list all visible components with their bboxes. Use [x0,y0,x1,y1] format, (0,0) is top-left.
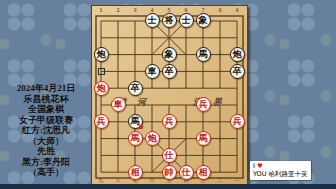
piece-glyph: 仕 [165,151,174,160]
info-line: 2024年4月21日 [0,83,92,94]
piece-glyph: 象 [165,50,174,59]
watermark-line2: YOU 哈利路亚十英 [253,170,308,178]
black-piece-卒[interactable]: 卒 [128,81,143,96]
black-piece-炮[interactable]: 炮 [94,47,109,62]
piece-glyph: 馬 [131,134,140,143]
info-line: （高手） [0,167,92,178]
red-piece-仕[interactable]: 仕 [162,148,177,163]
piece-glyph: 炮 [97,84,106,93]
piece-glyph: 馬 [199,134,208,143]
piece-glyph: 馬 [199,50,208,59]
black-piece-士[interactable]: 士 [145,13,160,28]
red-piece-兵[interactable]: 兵 [94,114,109,129]
red-piece-馬[interactable]: 馬 [196,131,211,146]
piece-glyph: 士 [148,16,157,25]
piece-glyph: 卒 [131,84,140,93]
black-piece-馬[interactable]: 馬 [196,47,211,62]
piece-glyph: 士 [182,16,191,25]
black-piece-炮[interactable]: 炮 [230,47,245,62]
red-piece-炮[interactable]: 炮 [94,81,109,96]
red-piece-馬[interactable]: 馬 [128,131,143,146]
piece-glyph: 兵 [97,117,106,126]
piece-glyph: 炮 [148,134,157,143]
piece-glyph: 相 [131,168,140,177]
red-piece-車[interactable]: 車 [111,97,126,112]
red-piece-炮[interactable]: 炮 [145,131,160,146]
piece-glyph: 炮 [97,50,106,59]
info-line: 乐昌桃花杯 [0,94,92,105]
red-piece-帥[interactable]: 帥 [162,165,177,180]
game-info-panel: 2024年4月21日乐昌桃花杯全国象棋女子甲级联赛红方:沈思凡（大师）先胜黑方:… [0,83,92,178]
info-line: 全国象棋 [0,104,92,115]
watermark-label: I ♥ YOU 哈利路亚十英 [250,161,311,180]
black-piece-士[interactable]: 士 [179,13,194,28]
piece-glyph: 仕 [182,168,191,177]
black-piece-卒[interactable]: 卒 [230,64,245,79]
last-move-dot [139,125,143,129]
black-piece-将[interactable]: 将 [162,13,177,28]
piece-glyph: 卒 [233,67,242,76]
red-piece-兵[interactable]: 兵 [230,114,245,129]
piece-glyph: 馬 [131,117,140,126]
info-line: 女子甲级联赛 [0,115,92,126]
piece-glyph: 兵 [233,117,242,126]
info-line: 先胜 [0,146,92,157]
piece-glyph: 車 [114,100,123,109]
black-piece-象[interactable]: 象 [196,13,211,28]
red-piece-相[interactable]: 相 [128,165,143,180]
black-piece-車[interactable]: 車 [145,64,160,79]
red-piece-兵[interactable]: 兵 [196,97,211,112]
info-line: 黑方:李丹阳 [0,157,92,168]
black-piece-象[interactable]: 象 [162,47,177,62]
red-piece-仕[interactable]: 仕 [179,165,194,180]
watermark-line1: I ♥ [253,162,263,170]
piece-glyph: 炮 [233,50,242,59]
black-piece-馬[interactable]: 馬 [128,114,143,129]
red-piece-相[interactable]: 相 [196,165,211,180]
info-line: 红方:沈思凡 [0,125,92,136]
red-piece-兵[interactable]: 兵 [162,114,177,129]
screenshot-stage: 2024年4月21日乐昌桃花杯全国象棋女子甲级联赛红方:沈思凡（大师）先胜黑方:… [0,0,336,189]
heart-icon: ♥ [257,162,263,170]
piece-layer: 士将士象炮象馬炮車卒卒卒馬炮車兵兵兵兵馬炮馬仕相帥仕相 [93,13,246,181]
piece-glyph: 兵 [199,100,208,109]
piece-glyph: 卒 [165,67,174,76]
last-move-from-marker [98,68,105,75]
bottom-strip [0,184,336,189]
piece-glyph: 兵 [165,117,174,126]
piece-glyph: 帥 [165,168,174,177]
info-line: （大师） [0,136,92,147]
piece-glyph: 象 [199,16,208,25]
piece-glyph: 相 [199,168,208,177]
piece-glyph: 車 [148,67,157,76]
xiangqi-board[interactable]: 123456789 九八七六五四三二一 楚河 漢界 士将士象炮象馬炮車卒卒卒馬炮… [91,5,248,185]
piece-glyph: 将 [165,16,174,25]
black-piece-卒[interactable]: 卒 [162,64,177,79]
